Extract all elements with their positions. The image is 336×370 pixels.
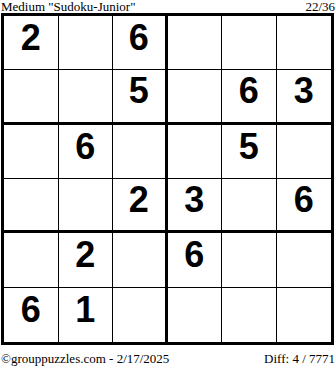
cell-r1c6[interactable] [277,16,332,70]
cell-r4c4[interactable]: 3 [168,179,223,233]
cell-r1c4[interactable] [168,16,223,70]
cell-r5c6[interactable] [277,233,332,287]
footer: ©grouppuzzles.com - 2/17/2025 Diff: 4 / … [1,351,335,367]
cell-r3c2[interactable]: 6 [59,125,114,179]
cell-r3c3[interactable] [113,125,168,179]
cell-r6c3[interactable] [113,288,168,342]
cell-r2c5[interactable]: 6 [222,70,277,124]
cell-r2c2[interactable] [59,70,114,124]
cell-r2c1[interactable] [4,70,59,124]
cell-r3c5[interactable]: 5 [222,125,277,179]
cell-r2c4[interactable] [168,70,223,124]
cell-r4c6[interactable]: 6 [277,179,332,233]
cell-r3c1[interactable] [4,125,59,179]
cell-r5c4[interactable]: 6 [168,233,223,287]
cell-r5c3[interactable] [113,233,168,287]
sudoku-grid: 26563652362661 [1,13,334,345]
cell-r6c2[interactable]: 1 [59,288,114,342]
cell-r3c6[interactable] [277,125,332,179]
cell-r1c3[interactable]: 6 [113,16,168,70]
cell-r6c5[interactable] [222,288,277,342]
copyright-text: ©grouppuzzles.com - 2/17/2025 [1,351,169,366]
puzzle-title: Medium "Sudoku-Junior" [1,0,135,13]
cell-r6c1[interactable]: 6 [4,288,59,342]
cell-r4c5[interactable] [222,179,277,233]
header: Medium "Sudoku-Junior" 22/36 [1,0,335,13]
cell-r4c3[interactable]: 2 [113,179,168,233]
cell-r4c2[interactable] [59,179,114,233]
cell-r6c4[interactable] [168,288,223,342]
difficulty-text: Diff: 4 / 7771 [264,351,335,366]
cell-r3c4[interactable] [168,125,223,179]
cell-r1c2[interactable] [59,16,114,70]
puzzle-page: Medium "Sudoku-Junior" 22/36 26563652362… [0,0,336,370]
cell-r2c6[interactable]: 3 [277,70,332,124]
cell-r5c2[interactable]: 2 [59,233,114,287]
cell-r5c1[interactable] [4,233,59,287]
cell-r1c5[interactable] [222,16,277,70]
progress-counter: 22/36 [305,0,335,13]
cell-r4c1[interactable] [4,179,59,233]
cell-r2c3[interactable]: 5 [113,70,168,124]
cell-r1c1[interactable]: 2 [4,16,59,70]
cell-r6c6[interactable] [277,288,332,342]
cell-r5c5[interactable] [222,233,277,287]
